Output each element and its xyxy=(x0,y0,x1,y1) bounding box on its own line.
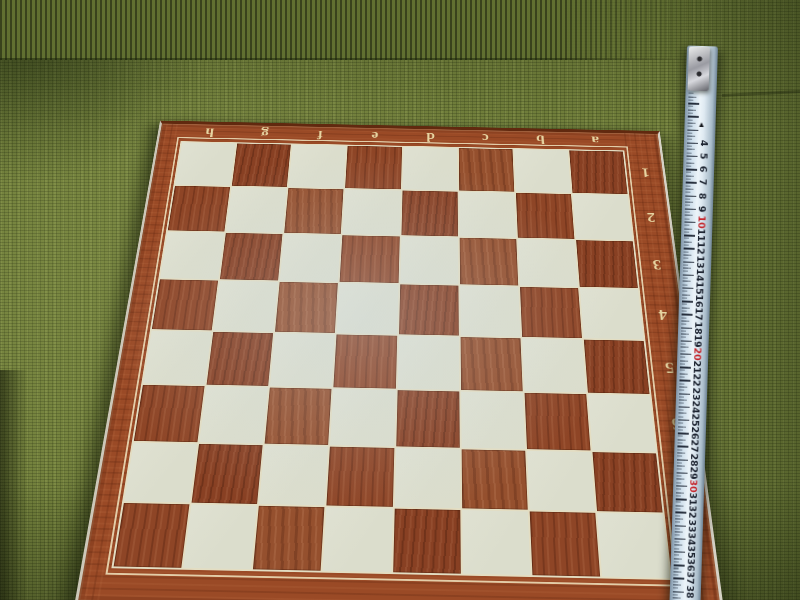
square-g3 xyxy=(220,233,283,281)
square-d2 xyxy=(401,190,458,236)
rank-label-3: 3 xyxy=(652,258,662,271)
square-e8 xyxy=(323,507,392,572)
file-label-b: b xyxy=(536,134,545,146)
file-label-a: a xyxy=(591,135,600,147)
square-a6 xyxy=(588,394,656,451)
square-g1 xyxy=(232,143,291,186)
square-d6 xyxy=(396,390,460,447)
square-e6 xyxy=(330,389,395,446)
rank-label-4: 4 xyxy=(658,307,668,321)
square-h3 xyxy=(160,231,224,279)
photo-scene: hgfedcba 12345678 ▲ 45678910111213141516… xyxy=(0,0,800,600)
file-label-f: f xyxy=(317,129,323,141)
square-b5 xyxy=(522,338,586,392)
rank-label-5: 5 xyxy=(664,360,675,375)
square-c4 xyxy=(460,286,520,337)
square-d1 xyxy=(402,147,457,190)
file-label-d: d xyxy=(426,131,435,143)
square-h6 xyxy=(134,385,205,442)
square-f8 xyxy=(253,506,325,571)
square-c8 xyxy=(462,510,530,575)
square-b2 xyxy=(516,193,575,239)
square-c7 xyxy=(461,449,527,510)
square-f4 xyxy=(275,282,338,333)
square-c6 xyxy=(461,391,525,448)
square-h5 xyxy=(143,331,211,385)
square-h1 xyxy=(175,142,236,185)
square-h8 xyxy=(114,503,190,568)
square-f6 xyxy=(265,387,332,444)
square-d5 xyxy=(397,336,459,390)
square-e3 xyxy=(340,235,399,283)
ruler-mark-38: 38 xyxy=(685,583,695,599)
square-e1 xyxy=(345,146,401,189)
square-e5 xyxy=(334,334,397,388)
square-g4 xyxy=(214,281,279,332)
square-b4 xyxy=(520,287,582,338)
square-b8 xyxy=(529,512,600,577)
square-b7 xyxy=(527,450,595,511)
square-a5 xyxy=(584,340,650,394)
square-f1 xyxy=(289,145,347,188)
square-a7 xyxy=(592,452,662,513)
square-b1 xyxy=(514,149,571,192)
square-g8 xyxy=(183,505,257,570)
square-d7 xyxy=(394,448,460,509)
square-f7 xyxy=(259,445,328,506)
square-c5 xyxy=(460,337,522,391)
file-label-e: e xyxy=(371,130,378,142)
ruler-marker-symbol: ▲ xyxy=(697,120,705,129)
square-a4 xyxy=(580,288,644,339)
square-b6 xyxy=(524,393,590,450)
rank-label-2: 2 xyxy=(646,211,656,224)
square-e2 xyxy=(343,189,401,235)
square-g5 xyxy=(207,332,274,386)
square-d8 xyxy=(393,509,461,574)
square-f5 xyxy=(270,333,335,387)
square-f3 xyxy=(280,234,341,282)
square-f2 xyxy=(284,188,343,234)
chess-board: hgfedcba 12345678 xyxy=(74,121,725,600)
square-b3 xyxy=(518,239,578,287)
square-h7 xyxy=(124,442,197,503)
square-a8 xyxy=(597,513,670,578)
square-c3 xyxy=(459,237,518,285)
square-g7 xyxy=(192,443,263,504)
square-a1 xyxy=(569,150,627,193)
square-a2 xyxy=(572,194,632,240)
file-label-h: h xyxy=(205,127,215,139)
square-a3 xyxy=(576,240,638,288)
square-d3 xyxy=(400,236,458,284)
tape-end-hook xyxy=(688,47,710,92)
square-g2 xyxy=(226,187,287,233)
square-c1 xyxy=(459,148,515,191)
file-label-g: g xyxy=(260,128,269,140)
rank-label-1: 1 xyxy=(641,166,650,178)
file-label-c: c xyxy=(482,132,489,144)
square-h2 xyxy=(168,186,230,232)
board-grid xyxy=(111,141,672,580)
square-e4 xyxy=(337,283,398,334)
square-e7 xyxy=(327,446,394,507)
square-c2 xyxy=(459,192,516,238)
square-h4 xyxy=(152,280,218,331)
square-g6 xyxy=(199,386,268,443)
square-d4 xyxy=(399,285,459,336)
